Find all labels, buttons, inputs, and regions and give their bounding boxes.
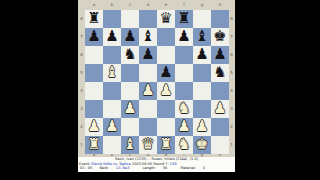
square-a6: [85, 46, 103, 64]
white-bishop: ♝: [103, 64, 121, 82]
square-d7: ♝: [139, 28, 157, 46]
square-f8: ♜: [175, 10, 193, 28]
square-b6: [103, 46, 121, 64]
clock-value: 01 : 05: [80, 166, 92, 170]
coord-label-d: d: [139, 2, 157, 8]
coord-label-f: f: [175, 2, 193, 8]
chess-board: ♜♛♜♟♟♟♝♟♝♚♞♟♟♟♝♟♞♟♟♟♞♟♟♟♟♟♜♝♛♜♞♚: [85, 10, 229, 154]
white-pawn: ♟: [139, 82, 157, 100]
square-f6: [175, 46, 193, 64]
square-e6: [157, 46, 175, 64]
white-bishop: ♝: [121, 136, 139, 154]
white-rook: ♜: [157, 136, 175, 154]
coord-label-2: 2: [228, 118, 235, 136]
white-pawn: ♟: [103, 118, 121, 136]
square-d2: [139, 118, 157, 136]
coord-label-b: b: [103, 2, 121, 8]
coord-label-7: 7: [228, 28, 235, 46]
square-a1: ♜: [85, 136, 103, 154]
square-g5: [193, 64, 211, 82]
square-e7: [157, 28, 175, 46]
coord-label-8: 8: [228, 10, 235, 28]
coord-label-3: 3: [78, 100, 85, 118]
black-rook: ♜: [85, 10, 103, 28]
square-c3: ♟: [121, 100, 139, 118]
square-h4: [211, 82, 229, 100]
file-labels-top: abcdefgh: [85, 2, 229, 8]
black-pawn: ♟: [157, 64, 175, 82]
video-frame: abcdefgh abcdefgh 87654321 87654321 ♜♛♜♟…: [0, 0, 320, 180]
square-d1: ♛: [139, 136, 157, 154]
length-label: Length:: [143, 166, 156, 170]
square-b7: ♟: [103, 28, 121, 46]
square-g4: [193, 82, 211, 100]
eco-code-link[interactable]: C05: [170, 162, 177, 166]
white-queen: ♛: [139, 136, 157, 154]
status-line: 01 : 05 Next: 13. Be3 Length: 55 Materia…: [78, 166, 235, 171]
white-pawn: ♟: [121, 100, 139, 118]
square-b1: [103, 136, 121, 154]
square-e5: ♟: [157, 64, 175, 82]
coord-label-e: e: [157, 2, 175, 8]
coord-label-g: g: [193, 2, 211, 8]
square-c5: [121, 64, 139, 82]
black-bishop: ♝: [193, 28, 211, 46]
square-a7: ♟: [85, 28, 103, 46]
square-h8: [211, 10, 229, 28]
square-f3: ♞: [175, 100, 193, 118]
square-a5: [85, 64, 103, 82]
square-a2: ♟: [85, 118, 103, 136]
black-knight: ♞: [211, 64, 229, 82]
coord-label-4: 4: [228, 82, 235, 100]
square-a4: [85, 82, 103, 100]
square-c4: [121, 82, 139, 100]
coord-label-c: c: [121, 2, 139, 8]
coord-label-5: 5: [78, 64, 85, 82]
square-g2: ♟: [193, 118, 211, 136]
square-e2: [157, 118, 175, 136]
white-pawn: ♟: [85, 118, 103, 136]
white-rook: ♜: [85, 136, 103, 154]
square-b5: ♝: [103, 64, 121, 82]
square-f4: [175, 82, 193, 100]
coord-label-4: 4: [78, 82, 85, 100]
white-pawn: ♟: [211, 100, 229, 118]
length-group: Length: 55: [143, 166, 174, 170]
black-king: ♚: [211, 28, 229, 46]
material-value: 0: [203, 166, 205, 170]
square-h1: [211, 136, 229, 154]
black-bishop: ♝: [139, 28, 157, 46]
square-d3: [139, 100, 157, 118]
black-queen: ♛: [157, 10, 175, 28]
square-d6: ♟: [139, 46, 157, 64]
white-pawn: ♟: [157, 82, 175, 100]
square-b8: [103, 10, 121, 28]
caption-panel: Savic, Ivan (2215) -- Rusev, Hristo (234…: [78, 157, 235, 172]
black-pawn: ♟: [211, 46, 229, 64]
event-label: Event:: [79, 162, 90, 166]
square-f7: ♟: [175, 28, 193, 46]
coord-label-1: 1: [78, 136, 85, 154]
square-b4: [103, 82, 121, 100]
black-knight: ♞: [121, 46, 139, 64]
square-h5: ♞: [211, 64, 229, 82]
black-pawn: ♟: [103, 28, 121, 46]
black-pawn: ♟: [193, 46, 211, 64]
black-rook: ♜: [175, 10, 193, 28]
square-e1: ♜: [157, 136, 175, 154]
square-c6: ♞: [121, 46, 139, 64]
coord-label-h: h: [211, 2, 229, 8]
square-h7: ♚: [211, 28, 229, 46]
coord-label-6: 6: [228, 46, 235, 64]
white-king: ♚: [193, 136, 211, 154]
event-name-link[interactable]: Slavia Sofia vs. Teplice: [91, 162, 131, 166]
square-h6: ♟: [211, 46, 229, 64]
square-e4: ♟: [157, 82, 175, 100]
letterbox-left: [0, 0, 78, 180]
white-pawn: ♟: [175, 118, 193, 136]
white-knight: ♞: [175, 136, 193, 154]
next-label: Next:: [99, 166, 108, 170]
next-move-group: Next: 13. Be3: [99, 166, 135, 170]
white-knight: ♞: [175, 100, 193, 118]
square-g6: ♟: [193, 46, 211, 64]
coord-label-5: 5: [228, 64, 235, 82]
square-a3: [85, 100, 103, 118]
square-e3: [157, 100, 175, 118]
square-g3: [193, 100, 211, 118]
material-group: Material: 0: [180, 166, 211, 170]
square-c7: ♟: [121, 28, 139, 46]
white-pawn: ♟: [193, 118, 211, 136]
black-player-name: Rusev, Hristo (2344): [151, 157, 187, 161]
coord-label-7: 7: [78, 28, 85, 46]
square-d8: [139, 10, 157, 28]
black-pawn: ♟: [175, 28, 193, 46]
square-g8: [193, 10, 211, 28]
letterbox-bottom: [78, 172, 235, 180]
square-g7: ♝: [193, 28, 211, 46]
square-f5: [175, 64, 193, 82]
black-pawn: ♟: [85, 28, 103, 46]
length-value: 55: [163, 166, 167, 170]
square-d5: [139, 64, 157, 82]
event-round: Round 7:: [153, 162, 169, 166]
square-e8: ♛: [157, 10, 175, 28]
square-h3: ♟: [211, 100, 229, 118]
material-label: Material:: [180, 166, 195, 170]
square-f1: ♞: [175, 136, 193, 154]
coord-label-6: 6: [78, 46, 85, 64]
letterbox-right: [235, 0, 320, 180]
coord-label-8: 8: [78, 10, 85, 28]
white-player-name: Savic, Ivan (2215): [115, 157, 147, 161]
square-b2: ♟: [103, 118, 121, 136]
square-h2: [211, 118, 229, 136]
coord-label-a: a: [85, 2, 103, 8]
black-pawn: ♟: [139, 46, 157, 64]
game-result: (1-0): [190, 157, 198, 161]
board-frame: abcdefgh abcdefgh 87654321 87654321 ♜♛♜♟…: [78, 0, 235, 157]
coord-label-3: 3: [228, 100, 235, 118]
square-c1: ♝: [121, 136, 139, 154]
rank-labels-left: 87654321: [78, 10, 85, 154]
square-c2: [121, 118, 139, 136]
coord-label-1: 1: [228, 136, 235, 154]
square-f2: ♟: [175, 118, 193, 136]
square-g1: ♚: [193, 136, 211, 154]
square-c8: [121, 10, 139, 28]
coord-label-2: 2: [78, 118, 85, 136]
next-move-link[interactable]: 13. Be3: [116, 166, 129, 170]
black-pawn: ♟: [121, 28, 139, 46]
square-b3: [103, 100, 121, 118]
rank-labels-right: 87654321: [228, 10, 235, 154]
square-d4: ♟: [139, 82, 157, 100]
event-date: 2003.06.06: [132, 162, 152, 166]
players-separator: --: [148, 157, 151, 161]
square-a8: ♜: [85, 10, 103, 28]
